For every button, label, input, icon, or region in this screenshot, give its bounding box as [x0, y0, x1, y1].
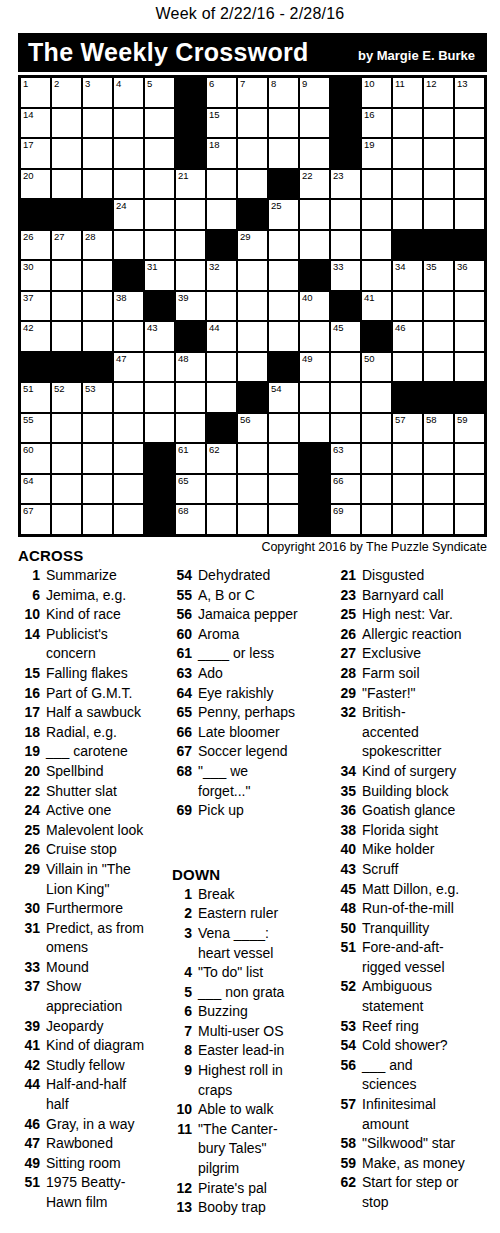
grid-cell[interactable]: 47	[114, 353, 143, 382]
grid-cell[interactable]	[362, 170, 391, 199]
grid-cell[interactable]	[145, 414, 174, 443]
grid-cell[interactable]	[207, 170, 236, 199]
clue-text: Rawboned	[46, 1134, 180, 1154]
grid-cell[interactable]	[83, 444, 112, 473]
grid-cell[interactable]	[331, 414, 360, 443]
grid-cell[interactable]	[114, 383, 143, 412]
clue-number: 10	[172, 1100, 192, 1120]
cell-number: 1	[23, 78, 28, 89]
cell-number: 16	[364, 109, 375, 120]
grid-cell[interactable]: 6	[207, 78, 236, 107]
grid-cell[interactable]	[269, 414, 298, 443]
grid-cell[interactable]: 27	[52, 231, 81, 260]
grid-cell[interactable]	[455, 475, 484, 504]
grid-cell[interactable]	[331, 200, 360, 229]
clue-item: 35Building block	[336, 782, 498, 802]
clue-number: 35	[336, 782, 356, 802]
clue-number: 6	[172, 1002, 192, 1022]
grid-cell[interactable]	[238, 292, 267, 321]
grid-cell[interactable]: 67	[21, 505, 50, 534]
clue-item: 42Studly fellow	[18, 1056, 180, 1076]
grid-cell[interactable]	[176, 261, 205, 290]
grid-cell[interactable]	[145, 139, 174, 168]
grid-cell[interactable]	[424, 505, 453, 534]
grid-cell[interactable]	[176, 414, 205, 443]
grid-cell[interactable]: 29	[238, 231, 267, 260]
clue-text: ___ carotene	[46, 742, 180, 762]
clue-number: 39	[18, 1017, 40, 1037]
grid-cell[interactable]	[83, 475, 112, 504]
grid-cell[interactable]	[238, 139, 267, 168]
grid-cell[interactable]	[455, 322, 484, 351]
grid-cell[interactable]: 3	[83, 78, 112, 107]
grid-cell[interactable]: 63	[331, 444, 360, 473]
grid-cell[interactable]: 53	[83, 383, 112, 412]
grid-cell[interactable]: 62	[207, 444, 236, 473]
grid-cell[interactable]	[300, 322, 329, 351]
clue-number: 32	[336, 703, 356, 723]
grid-cell[interactable]	[145, 353, 174, 382]
cell-number: 33	[333, 261, 344, 272]
grid-cell[interactable]	[269, 292, 298, 321]
cell-number: 69	[333, 505, 344, 516]
grid-cell[interactable]	[269, 231, 298, 260]
block-cell	[424, 231, 453, 260]
grid-cell[interactable]	[362, 383, 391, 412]
grid-cell[interactable]	[300, 414, 329, 443]
clue-number: 49	[18, 1154, 40, 1174]
clue-item: 67Soccer legend	[172, 742, 330, 762]
grid-cell[interactable]	[145, 109, 174, 138]
grid-cell[interactable]	[393, 200, 422, 229]
grid-cell[interactable]: 35	[424, 261, 453, 290]
clue-text: "The Canter- bury Tales" pilgrim	[198, 1120, 330, 1179]
cell-number: 66	[333, 475, 344, 486]
cell-number: 47	[116, 353, 127, 364]
clue-text: Kind of race	[46, 605, 180, 625]
grid-cell[interactable]: 31	[145, 261, 174, 290]
grid-cell[interactable]	[83, 322, 112, 351]
grid-cell[interactable]: 40	[300, 292, 329, 321]
grid-cell[interactable]: 48	[176, 353, 205, 382]
grid-cell[interactable]	[424, 353, 453, 382]
grid-cell[interactable]	[83, 109, 112, 138]
clue-item: 12Pirate's pal	[172, 1179, 330, 1199]
cell-number: 44	[209, 322, 220, 333]
clue-item: 15Falling flakes	[18, 664, 180, 684]
grid-cell[interactable]	[300, 139, 329, 168]
crossword-grid: 1234567891011121314151617181920212223242…	[18, 75, 487, 537]
clue-item: 55A, B or C	[172, 586, 330, 606]
grid-cell[interactable]	[114, 170, 143, 199]
puzzle-title: The Weekly Crossword	[28, 38, 309, 67]
grid-cell[interactable]	[114, 505, 143, 534]
grid-cell[interactable]: 15	[207, 109, 236, 138]
clue-column-3: 21Disgusted23Barnyard call25High nest: V…	[336, 566, 498, 1213]
grid-cell[interactable]	[362, 505, 391, 534]
grid-cell[interactable]: 39	[176, 292, 205, 321]
grid-cell[interactable]: 66	[331, 475, 360, 504]
grid-cell[interactable]: 19	[362, 139, 391, 168]
grid-cell[interactable]	[455, 353, 484, 382]
cell-number: 24	[116, 200, 127, 211]
grid-cell[interactable]: 12	[424, 78, 453, 107]
grid-cell[interactable]	[52, 292, 81, 321]
grid-cell[interactable]: 51	[21, 383, 50, 412]
clue-item: 48Run-of-the-mill	[336, 899, 498, 919]
grid-cell[interactable]: 13	[455, 78, 484, 107]
grid-cell[interactable]	[83, 139, 112, 168]
grid-cell[interactable]	[207, 505, 236, 534]
grid-cell[interactable]	[176, 200, 205, 229]
grid-cell[interactable]	[145, 200, 174, 229]
grid-cell[interactable]	[331, 383, 360, 412]
clue-text: Sitting room	[46, 1154, 180, 1174]
grid-cell[interactable]	[424, 444, 453, 473]
grid-cell[interactable]	[52, 444, 81, 473]
clue-item: 8Easter lead-in	[172, 1041, 330, 1061]
clue-item: 1Summarize	[18, 566, 180, 586]
grid-cell[interactable]	[269, 475, 298, 504]
clue-text: "To do" list	[198, 963, 330, 983]
grid-cell[interactable]	[114, 139, 143, 168]
clue-number: 43	[336, 860, 356, 880]
across-clues-col1: 1Summarize6Jemima, e.g.10Kind of race14P…	[18, 566, 180, 1213]
cell-number: 21	[178, 170, 189, 181]
clue-number: 50	[336, 919, 356, 939]
grid-cell[interactable]	[455, 505, 484, 534]
clue-item: 54Cold shower?	[336, 1036, 498, 1056]
grid-cell[interactable]	[52, 139, 81, 168]
grid-cell[interactable]	[52, 109, 81, 138]
grid-cell[interactable]	[52, 505, 81, 534]
grid-cell[interactable]	[83, 292, 112, 321]
clue-item: 29Villain in "The Lion King"	[18, 860, 180, 899]
grid-cell[interactable]	[393, 444, 422, 473]
grid-cell[interactable]	[207, 353, 236, 382]
block-cell	[424, 383, 453, 412]
clue-number: 31	[18, 919, 40, 939]
clue-item: 7Multi-user OS	[172, 1022, 330, 1042]
clue-number: 11	[172, 1120, 192, 1140]
clue-item: 511975 Beatty- Hawn film	[18, 1173, 180, 1212]
grid-cell[interactable]	[52, 475, 81, 504]
clue-text: Active one	[46, 801, 180, 821]
grid-cell[interactable]: 59	[455, 414, 484, 443]
cell-number: 62	[209, 444, 220, 455]
grid-cell[interactable]: 60	[21, 444, 50, 473]
grid-cell[interactable]	[455, 292, 484, 321]
grid-cell[interactable]	[455, 170, 484, 199]
author-byline: by Margie E. Burke	[358, 42, 475, 63]
grid-cell[interactable]	[269, 444, 298, 473]
grid-cell[interactable]	[424, 200, 453, 229]
grid-cell[interactable]: 34	[393, 261, 422, 290]
grid-cell[interactable]	[393, 475, 422, 504]
grid-cell[interactable]	[300, 231, 329, 260]
grid-cell[interactable]	[300, 383, 329, 412]
cell-number: 45	[333, 322, 344, 333]
grid-cell[interactable]: 56	[238, 414, 267, 443]
clue-item: 32British- accented spokescritter	[336, 703, 498, 762]
grid-cell[interactable]	[238, 475, 267, 504]
grid-cell[interactable]	[269, 261, 298, 290]
cell-number: 49	[302, 353, 313, 364]
clue-text: Building block	[362, 782, 496, 802]
grid-cell[interactable]	[362, 231, 391, 260]
grid-cell[interactable]: 58	[424, 414, 453, 443]
grid-cell[interactable]: 23	[331, 170, 360, 199]
grid-cell[interactable]: 26	[21, 231, 50, 260]
grid-cell[interactable]: 69	[331, 505, 360, 534]
grid-cell[interactable]: 22	[300, 170, 329, 199]
grid-cell[interactable]	[362, 200, 391, 229]
cell-number: 11	[395, 78, 405, 89]
clue-text: Jemima, e.g.	[46, 586, 180, 606]
across-clues-col2: 54Dehydrated55A, B or C56Jamaica pepper6…	[172, 566, 330, 821]
grid-cell[interactable]: 1	[21, 78, 50, 107]
clue-text: British- accented spokescritter	[362, 703, 496, 762]
grid-cell[interactable]	[145, 231, 174, 260]
grid-cell[interactable]: 41	[362, 292, 391, 321]
grid-cell[interactable]: 33	[331, 261, 360, 290]
grid-cell[interactable]	[455, 139, 484, 168]
grid-cell[interactable]	[52, 322, 81, 351]
grid-cell[interactable]: 44	[207, 322, 236, 351]
clue-number: 40	[336, 840, 356, 860]
grid-cell[interactable]	[362, 261, 391, 290]
clue-item: 50Tranquillity	[336, 919, 498, 939]
cell-number: 40	[302, 292, 313, 303]
clue-text: Start for step or stop	[362, 1173, 496, 1212]
cell-number: 67	[23, 505, 34, 516]
clue-number: 69	[172, 801, 192, 821]
clue-number: 54	[336, 1036, 356, 1056]
clue-item: 24Active one	[18, 801, 180, 821]
down-clues-col2: 1Break2Eastern ruler3Vena ____: heart ve…	[172, 885, 330, 1218]
grid-cell[interactable]	[145, 383, 174, 412]
clue-item: 25High nest: Var.	[336, 605, 498, 625]
grid-cell[interactable]: 50	[362, 353, 391, 382]
grid-cell[interactable]	[269, 109, 298, 138]
block-cell	[269, 170, 298, 199]
clue-number: 57	[336, 1095, 356, 1115]
grid-cell[interactable]	[331, 353, 360, 382]
copyright-notice: Copyright 2016 by The Puzzle Syndicate	[261, 540, 487, 554]
grid-cell[interactable]: 43	[145, 322, 174, 351]
grid-cell[interactable]: 37	[21, 292, 50, 321]
grid-cell[interactable]	[393, 139, 422, 168]
grid-cell[interactable]	[238, 170, 267, 199]
grid-cell[interactable]	[393, 109, 422, 138]
clue-item: 53Reef ring	[336, 1017, 498, 1037]
grid-cell[interactable]: 20	[21, 170, 50, 199]
clue-item: 52Ambiguous statement	[336, 977, 498, 1016]
grid-cell[interactable]	[424, 109, 453, 138]
grid-cell[interactable]	[238, 444, 267, 473]
grid-cell[interactable]	[176, 231, 205, 260]
grid-cell[interactable]	[207, 292, 236, 321]
grid-cell[interactable]: 8	[269, 78, 298, 107]
grid-cell[interactable]: 32	[207, 261, 236, 290]
cell-number: 63	[333, 444, 344, 455]
grid-cell[interactable]: 2	[52, 78, 81, 107]
grid-cell[interactable]	[114, 322, 143, 351]
grid-cell[interactable]	[455, 200, 484, 229]
grid-cell[interactable]	[393, 353, 422, 382]
clue-number: 29	[18, 860, 40, 880]
grid-cell[interactable]: 18	[207, 139, 236, 168]
clue-text: Eye rakishly	[198, 684, 330, 704]
grid-cell[interactable]	[269, 505, 298, 534]
grid-cell[interactable]	[455, 109, 484, 138]
grid-cell[interactable]	[238, 353, 267, 382]
clue-text: Eastern ruler	[198, 904, 330, 924]
grid-cell[interactable]: 9	[300, 78, 329, 107]
grid-cell[interactable]	[145, 170, 174, 199]
grid-cell[interactable]	[83, 170, 112, 199]
grid-cell[interactable]	[176, 383, 205, 412]
grid-cell[interactable]: 17	[21, 139, 50, 168]
grid-cell[interactable]	[83, 505, 112, 534]
grid-cell[interactable]	[83, 414, 112, 443]
clue-text: Pick up	[198, 801, 330, 821]
grid-cell[interactable]: 64	[21, 475, 50, 504]
grid-cell[interactable]	[362, 444, 391, 473]
grid-cell[interactable]: 24	[114, 200, 143, 229]
grid-cell[interactable]	[207, 475, 236, 504]
clue-number: 27	[336, 644, 356, 664]
grid-cell[interactable]: 42	[21, 322, 50, 351]
grid-cell[interactable]: 52	[52, 383, 81, 412]
cell-number: 7	[240, 78, 245, 89]
grid-cell[interactable]: 38	[114, 292, 143, 321]
grid-cell[interactable]: 49	[300, 353, 329, 382]
grid-cell[interactable]: 16	[362, 109, 391, 138]
grid-cell[interactable]	[393, 170, 422, 199]
grid-cell[interactable]: 28	[83, 231, 112, 260]
cell-number: 59	[457, 414, 468, 425]
clue-text: Run-of-the-mill	[362, 899, 496, 919]
clue-text: Ado	[198, 664, 330, 684]
cell-number: 3	[85, 78, 90, 89]
grid-cell[interactable]	[83, 261, 112, 290]
clue-item: 47Rawboned	[18, 1134, 180, 1154]
clue-item: 28Farm soil	[336, 664, 498, 684]
grid-cell[interactable]	[455, 444, 484, 473]
cell-number: 26	[23, 231, 34, 242]
grid-cell[interactable]	[207, 200, 236, 229]
grid-cell[interactable]: 10	[362, 78, 391, 107]
grid-cell[interactable]	[114, 109, 143, 138]
clue-text: Infinitesimal amount	[362, 1095, 496, 1134]
grid-cell[interactable]: 57	[393, 414, 422, 443]
clue-item: 49Sitting room	[18, 1154, 180, 1174]
grid-cell[interactable]	[114, 475, 143, 504]
grid-cell[interactable]: 65	[176, 475, 205, 504]
grid-cell[interactable]	[300, 200, 329, 229]
clue-number: 13	[172, 1198, 192, 1218]
grid-cell[interactable]	[238, 109, 267, 138]
grid-cell[interactable]: 46	[393, 322, 422, 351]
grid-cell[interactable]	[114, 231, 143, 260]
grid-cell[interactable]	[393, 292, 422, 321]
clue-text: Ambiguous statement	[362, 977, 496, 1016]
grid-cell[interactable]	[52, 170, 81, 199]
grid-cell[interactable]	[52, 261, 81, 290]
grid-cell[interactable]: 68	[176, 505, 205, 534]
clue-number: 60	[172, 625, 192, 645]
clue-text: Villain in "The Lion King"	[46, 860, 180, 899]
grid-cell[interactable]: 4	[114, 78, 143, 107]
grid-cell[interactable]: 21	[176, 170, 205, 199]
grid-cell[interactable]	[331, 231, 360, 260]
grid-cell[interactable]	[424, 292, 453, 321]
grid-cell[interactable]	[238, 505, 267, 534]
grid-cell[interactable]: 14	[21, 109, 50, 138]
grid-cell[interactable]	[424, 475, 453, 504]
grid-cell[interactable]	[269, 139, 298, 168]
grid-cell[interactable]: 61	[176, 444, 205, 473]
grid-cell[interactable]	[269, 322, 298, 351]
clue-number: 2	[172, 904, 192, 924]
clue-number: 16	[18, 684, 40, 704]
block-cell	[176, 322, 205, 351]
clue-text: ____ or less	[198, 644, 330, 664]
cell-number: 6	[209, 78, 214, 89]
grid-cell[interactable]	[114, 444, 143, 473]
clue-item: 38Florida sight	[336, 821, 498, 841]
grid-cell[interactable]	[362, 475, 391, 504]
grid-cell[interactable]: 7	[238, 78, 267, 107]
grid-cell[interactable]	[114, 414, 143, 443]
clue-item: 14Publicist's concern	[18, 625, 180, 664]
grid-cell[interactable]	[424, 322, 453, 351]
clue-number: 65	[172, 703, 192, 723]
grid-cell[interactable]: 45	[331, 322, 360, 351]
grid-cell[interactable]	[393, 505, 422, 534]
grid-cell[interactable]: 25	[269, 200, 298, 229]
grid-cell[interactable]	[424, 139, 453, 168]
clue-item: 4"To do" list	[172, 963, 330, 983]
grid-cell[interactable]: 11	[393, 78, 422, 107]
clue-text: Shutter slat	[46, 782, 180, 802]
grid-cell[interactable]: 5	[145, 78, 174, 107]
grid-cell[interactable]	[52, 414, 81, 443]
grid-cell[interactable]	[362, 414, 391, 443]
clue-item: 60Aroma	[172, 625, 330, 645]
grid-cell[interactable]	[424, 170, 453, 199]
grid-cell[interactable]	[300, 109, 329, 138]
clue-item: 17Half a sawbuck	[18, 703, 180, 723]
cell-number: 54	[271, 383, 282, 394]
clue-text: Allergic reaction	[362, 625, 496, 645]
grid-cell[interactable]	[207, 383, 236, 412]
grid-cell[interactable]	[238, 322, 267, 351]
cell-number: 48	[178, 353, 189, 364]
grid-cell[interactable]: 36	[455, 261, 484, 290]
clue-number: 33	[18, 958, 40, 978]
cell-number: 57	[395, 414, 406, 425]
clue-item: 57Infinitesimal amount	[336, 1095, 498, 1134]
grid-cell[interactable]: 54	[269, 383, 298, 412]
grid-cell[interactable]	[238, 261, 267, 290]
grid-cell[interactable]: 55	[21, 414, 50, 443]
cell-number: 8	[271, 78, 276, 89]
grid-cell[interactable]: 30	[21, 261, 50, 290]
clue-text: Radial, e.g.	[46, 723, 180, 743]
clue-number: 68	[172, 762, 192, 782]
